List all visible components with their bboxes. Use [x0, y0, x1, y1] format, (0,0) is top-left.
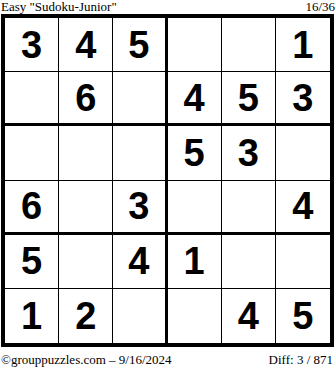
puzzle-title: Easy "Sudoku-Junior" — [1, 0, 117, 14]
cell-r6c4[interactable] — [168, 289, 222, 343]
cell-r5c6[interactable] — [276, 235, 330, 289]
cell-r2c5: 5 — [222, 72, 276, 126]
cell-r1c5[interactable] — [222, 18, 276, 72]
cell-r2c2: 6 — [59, 72, 113, 126]
cell-r3c5: 3 — [222, 126, 276, 180]
cell-r6c5: 4 — [222, 289, 276, 343]
cell-r2c3[interactable] — [113, 72, 167, 126]
sudoku-board: 34516453536345411245 — [1, 14, 334, 347]
header: Easy "Sudoku-Junior" 16/36 — [0, 0, 336, 14]
puzzle-page: Easy "Sudoku-Junior" 16/36 3451645353634… — [0, 0, 336, 370]
cell-r3c6[interactable] — [276, 126, 330, 180]
cell-r4c3: 3 — [113, 181, 167, 235]
cell-r4c4[interactable] — [168, 181, 222, 235]
cell-r3c2[interactable] — [59, 126, 113, 180]
cell-r1c1: 3 — [5, 18, 59, 72]
cell-r1c6: 1 — [276, 18, 330, 72]
cell-r1c3: 5 — [113, 18, 167, 72]
cell-r2c4: 4 — [168, 72, 222, 126]
cell-r1c4[interactable] — [168, 18, 222, 72]
cell-r4c5[interactable] — [222, 181, 276, 235]
cell-r4c6: 4 — [276, 181, 330, 235]
cell-r3c3[interactable] — [113, 126, 167, 180]
cell-r5c3: 4 — [113, 235, 167, 289]
cell-r5c4: 1 — [168, 235, 222, 289]
copyright-text: ©grouppuzzles.com – 9/16/2024 — [1, 352, 172, 368]
difficulty-text: Diff: 3 / 871 — [269, 352, 333, 368]
cell-r5c2[interactable] — [59, 235, 113, 289]
cell-r3c4: 5 — [168, 126, 222, 180]
cell-r2c1[interactable] — [5, 72, 59, 126]
cell-r6c1: 1 — [5, 289, 59, 343]
cell-r6c3[interactable] — [113, 289, 167, 343]
cell-r6c6: 5 — [276, 289, 330, 343]
cell-r4c2[interactable] — [59, 181, 113, 235]
cell-r3c1[interactable] — [5, 126, 59, 180]
cell-r6c2: 2 — [59, 289, 113, 343]
cell-r5c5[interactable] — [222, 235, 276, 289]
givens-counter: 16/36 — [305, 0, 335, 14]
cell-r5c1: 5 — [5, 235, 59, 289]
cell-r4c1: 6 — [5, 181, 59, 235]
cell-r1c2: 4 — [59, 18, 113, 72]
footer: ©grouppuzzles.com – 9/16/2024 Diff: 3 / … — [0, 350, 336, 368]
cell-r2c6: 3 — [276, 72, 330, 126]
